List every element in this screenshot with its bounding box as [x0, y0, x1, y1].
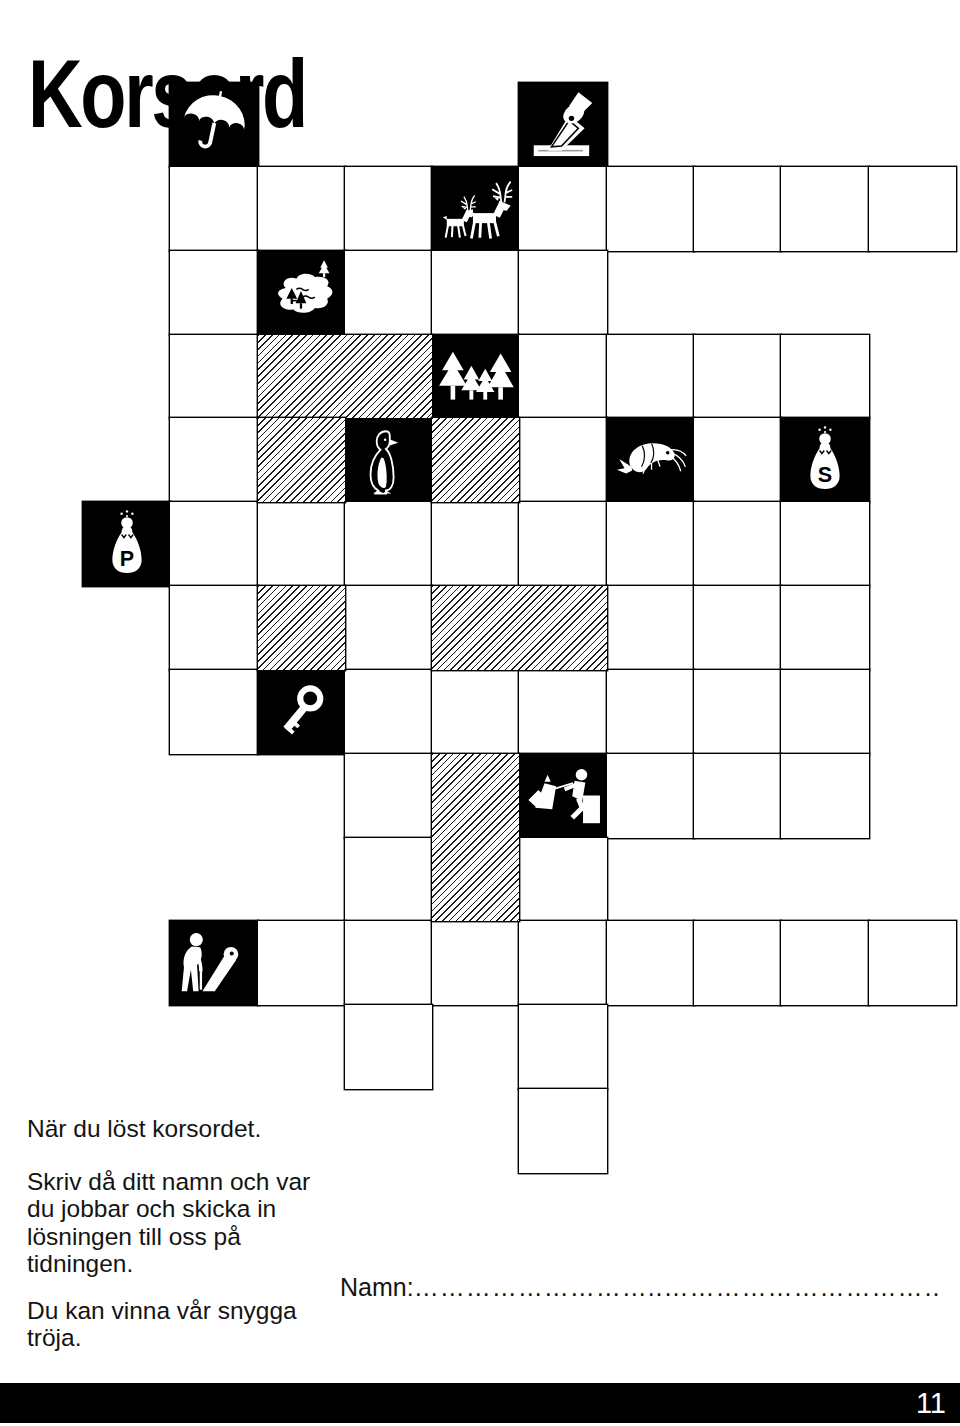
answer-cell-r11-c5[interactable]	[432, 921, 519, 1005]
svg-text:S: S	[818, 462, 832, 487]
answer-cell-r2-c7[interactable]	[607, 167, 694, 251]
answer-cell-r4-c8[interactable]	[694, 335, 781, 419]
answer-cell-r10-c4[interactable]	[345, 838, 432, 922]
answer-cell-r12-c4[interactable]	[345, 1005, 432, 1089]
clue-cell-reindeer	[432, 167, 519, 251]
answer-cell-r11-c10[interactable]	[869, 921, 956, 1005]
answer-cell-r5-c6[interactable]	[519, 418, 606, 502]
name-label: Namn:	[340, 1274, 414, 1301]
answer-cell-r2-c3[interactable]	[258, 167, 345, 251]
answer-cell-r3-c6[interactable]	[519, 251, 606, 335]
answer-cell-r6-c2[interactable]	[170, 502, 257, 586]
answer-cell-r8-c7[interactable]	[607, 670, 694, 754]
answer-cell-r8-c8[interactable]	[694, 670, 781, 754]
clue-cell-key	[258, 670, 345, 754]
answer-cell-r11-c4[interactable]	[345, 921, 432, 1005]
answer-cell-r2-c2[interactable]	[170, 167, 257, 251]
page-number: 11	[916, 1383, 946, 1423]
clue-cell-pond	[258, 251, 345, 335]
answer-cell-r9-c4[interactable]	[345, 754, 432, 838]
answer-cell-r7-c8[interactable]	[694, 586, 781, 670]
footer-bar: 11	[0, 1383, 960, 1423]
crossword-grid: S P	[83, 83, 956, 1173]
answer-cell-r5-c8[interactable]	[694, 418, 781, 502]
blocked-cell	[432, 418, 519, 502]
answer-cell-r3-c4[interactable]	[345, 251, 432, 335]
answer-cell-r3-c5[interactable]	[432, 251, 519, 335]
answer-cell-r6-c8[interactable]	[694, 502, 781, 586]
blocked-cell	[258, 335, 433, 419]
blocked-cell	[258, 586, 345, 670]
name-dotted-line[interactable]: ………………………..………………………………………	[414, 1274, 940, 1301]
key-icon	[261, 673, 341, 750]
answer-cell-r9-c9[interactable]	[781, 754, 868, 838]
horse-rider-icon	[523, 757, 603, 834]
answer-cell-r3-c2[interactable]	[170, 251, 257, 335]
clue-cell-fir-trees	[432, 335, 519, 419]
answer-cell-r11-c3[interactable]	[258, 921, 345, 1005]
clue-cell-pepper-bag: P	[83, 502, 170, 586]
answer-cell-r6-c9[interactable]	[781, 502, 868, 586]
answer-cell-r2-c4[interactable]	[345, 167, 432, 251]
answer-cell-r7-c4[interactable]	[345, 586, 432, 670]
name-entry-line[interactable]: Namn:………………………..………………………………………	[340, 1274, 940, 1302]
answer-cell-r8-c6[interactable]	[519, 670, 606, 754]
answer-cell-r8-c9[interactable]	[781, 670, 868, 754]
clue-cell-letter-slot	[519, 83, 606, 167]
answer-cell-r6-c3[interactable]	[258, 502, 345, 586]
pond-icon	[261, 254, 341, 331]
blocked-cell	[432, 754, 519, 922]
intro-text: När du löst korsordet.	[27, 1115, 261, 1143]
answer-cell-r10-c6[interactable]	[519, 838, 606, 922]
answer-cell-r2-c10[interactable]	[869, 167, 956, 251]
clue-cell-salt-bag: S	[781, 418, 868, 502]
blocked-cell	[258, 418, 345, 502]
instructions-text: Skriv då ditt namn och var du jobbar och…	[27, 1168, 310, 1278]
answer-cell-r11-c7[interactable]	[607, 921, 694, 1005]
salt-bag-icon: S	[785, 422, 865, 499]
clue-cell-penguin	[345, 418, 432, 502]
svg-text:P: P	[119, 546, 133, 571]
penguin-icon	[349, 422, 429, 499]
page: { "texts": { "title": "Korsord", "intro"…	[0, 0, 960, 1426]
answer-cell-r4-c9[interactable]	[781, 335, 868, 419]
answer-cell-r8-c5[interactable]	[432, 670, 519, 754]
clue-cell-shrimp	[607, 418, 694, 502]
shrimp-icon	[610, 422, 690, 499]
clue-cell-horse-rider	[519, 754, 606, 838]
answer-cell-r6-c4[interactable]	[345, 502, 432, 586]
answer-cell-r6-c7[interactable]	[607, 502, 694, 586]
answer-cell-r4-c2[interactable]	[170, 335, 257, 419]
answer-cell-r12-c6[interactable]	[519, 1005, 606, 1089]
fir-trees-icon	[436, 338, 516, 415]
answer-cell-r7-c2[interactable]	[170, 586, 257, 670]
answer-cell-r2-c8[interactable]	[694, 167, 781, 251]
reindeer-icon	[436, 170, 516, 247]
answer-cell-r5-c2[interactable]	[170, 418, 257, 502]
answer-cell-r11-c9[interactable]	[781, 921, 868, 1005]
answer-cell-r6-c5[interactable]	[432, 502, 519, 586]
sawing-person-icon	[174, 925, 254, 1002]
pepper-bag-icon: P	[87, 506, 167, 583]
answer-cell-r9-c7[interactable]	[607, 754, 694, 838]
answer-cell-r2-c6[interactable]	[519, 167, 606, 251]
clue-cell-umbrella	[170, 83, 257, 167]
letter-in-slot-icon	[523, 86, 603, 163]
clue-cell-sawing-person	[170, 921, 257, 1005]
answer-cell-r7-c7[interactable]	[607, 586, 694, 670]
answer-cell-r13-c6[interactable]	[519, 1089, 606, 1173]
answer-cell-r6-c6[interactable]	[519, 502, 606, 586]
answer-cell-r8-c4[interactable]	[345, 670, 432, 754]
answer-cell-r4-c7[interactable]	[607, 335, 694, 419]
answer-cell-r9-c8[interactable]	[694, 754, 781, 838]
answer-cell-r11-c6[interactable]	[519, 921, 606, 1005]
blocked-cell	[432, 586, 607, 670]
umbrella-icon	[174, 86, 254, 163]
answer-cell-r7-c9[interactable]	[781, 586, 868, 670]
answer-cell-r8-c2[interactable]	[170, 670, 257, 754]
prize-text: Du kan vinna vår snygga tröja.	[27, 1297, 297, 1352]
answer-cell-r11-c8[interactable]	[694, 921, 781, 1005]
answer-cell-r4-c6[interactable]	[519, 335, 606, 419]
answer-cell-r2-c9[interactable]	[781, 167, 868, 251]
